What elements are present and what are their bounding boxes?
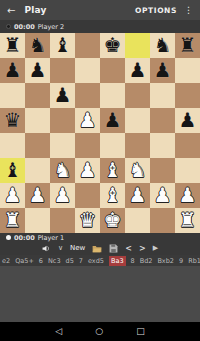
options-button[interactable]: OPTIONS	[135, 6, 177, 15]
square-b8[interactable]: ♞	[25, 33, 50, 58]
square-a4[interactable]	[0, 133, 25, 158]
move-token[interactable]: Bxb2	[157, 257, 174, 265]
black-pawn: ♟	[4, 58, 22, 83]
white-knight: ♞	[129, 158, 147, 183]
next-move-button[interactable]: >	[139, 245, 146, 253]
white-pawn: ♟	[79, 158, 97, 183]
top-app-bar: ← Play OPTIONS ⋮	[0, 0, 200, 20]
square-f4[interactable]	[125, 133, 150, 158]
move-list: e2Qa5+6Nc3d57exd5Ba38Bd2Bxb29Rb1Bxc3	[0, 255, 200, 266]
player-1-clock: 00:00	[14, 234, 35, 242]
move-token[interactable]: Rb1	[188, 257, 200, 265]
square-f2[interactable]: ♟	[125, 183, 150, 208]
square-f8[interactable]	[125, 33, 150, 58]
square-f5[interactable]	[125, 108, 150, 133]
square-a1[interactable]: ♜	[0, 208, 25, 233]
square-e2[interactable]: ♝	[100, 183, 125, 208]
square-a6[interactable]	[0, 83, 25, 108]
square-f1[interactable]	[125, 208, 150, 233]
square-f6[interactable]	[125, 83, 150, 108]
square-g8[interactable]: ♞	[150, 33, 175, 58]
square-a7[interactable]: ♟	[0, 58, 25, 83]
square-g6[interactable]	[150, 83, 175, 108]
white-rook: ♜	[4, 208, 22, 233]
move-token[interactable]: Qa5+	[15, 257, 34, 265]
black-queen: ♛	[4, 108, 22, 133]
square-e6[interactable]	[100, 83, 125, 108]
square-h4[interactable]	[175, 133, 200, 158]
square-e4[interactable]	[100, 133, 125, 158]
back-arrow-icon[interactable]: ←	[7, 5, 15, 16]
move-token[interactable]: e2	[2, 257, 10, 265]
square-h8[interactable]: ♜	[175, 33, 200, 58]
square-b1[interactable]	[25, 208, 50, 233]
move-token[interactable]: 9	[179, 257, 183, 265]
nav-back-icon[interactable]: ◁	[55, 327, 62, 336]
move-token[interactable]: 6	[39, 257, 43, 265]
save-icon[interactable]	[109, 244, 118, 253]
empty-area	[0, 266, 200, 322]
black-pawn: ♟	[29, 58, 47, 83]
square-a2[interactable]: ♟	[0, 183, 25, 208]
android-nav-bar: ◁ ○ □	[0, 322, 200, 341]
move-token[interactable]: Bd2	[140, 257, 153, 265]
new-game-button[interactable]: New	[70, 245, 85, 252]
white-pawn: ♟	[179, 183, 197, 208]
square-f3[interactable]: ♞	[125, 158, 150, 183]
chevron-down-icon[interactable]: ∨	[58, 245, 63, 252]
square-f7[interactable]: ♟	[125, 58, 150, 83]
black-bishop: ♝	[4, 158, 22, 183]
move-token[interactable]: d5	[66, 257, 74, 265]
nav-home-icon[interactable]: ○	[95, 327, 103, 336]
square-c6[interactable]: ♟	[50, 83, 75, 108]
square-a8[interactable]: ♜	[0, 33, 25, 58]
black-pawn: ♟	[154, 58, 172, 83]
square-d4[interactable]	[75, 133, 100, 158]
player-2-bar: 00:00 Player 2	[0, 20, 200, 33]
square-e3[interactable]: ♝	[100, 158, 125, 183]
open-folder-icon[interactable]	[92, 245, 102, 253]
square-g1[interactable]	[150, 208, 175, 233]
square-b2[interactable]: ♟	[25, 183, 50, 208]
black-rook: ♜	[179, 33, 197, 58]
black-pawn: ♟	[179, 108, 197, 133]
square-h3[interactable]	[175, 158, 200, 183]
square-h2[interactable]: ♟	[175, 183, 200, 208]
square-b3[interactable]	[25, 158, 50, 183]
app-window: ← Play OPTIONS ⋮ 00:00 Player 2 ♜♞♝♚♞♜♟♟…	[0, 0, 200, 341]
nav-recents-icon[interactable]: □	[136, 327, 145, 336]
square-d6[interactable]	[75, 83, 100, 108]
black-pawn: ♟	[54, 83, 72, 108]
square-d3[interactable]: ♟	[75, 158, 100, 183]
white-rook: ♜	[179, 208, 197, 233]
player-2-clock: 00:00	[14, 23, 35, 31]
move-token[interactable]: 8	[131, 257, 135, 265]
black-knight: ♞	[154, 33, 172, 58]
white-pawn: ♟	[129, 183, 147, 208]
sound-icon[interactable]	[42, 244, 51, 253]
square-h1[interactable]: ♜	[175, 208, 200, 233]
black-knight: ♞	[29, 33, 47, 58]
square-g7[interactable]: ♟	[150, 58, 175, 83]
square-g4[interactable]	[150, 133, 175, 158]
page-title: Play	[24, 5, 46, 15]
player-2-color-dot	[6, 24, 11, 29]
play-button[interactable]: ▶	[153, 245, 158, 252]
square-e8[interactable]: ♚	[100, 33, 125, 58]
game-toolbar: ∨ New < > ▶	[0, 242, 200, 255]
square-h5[interactable]: ♟	[175, 108, 200, 133]
white-pawn: ♟	[54, 183, 72, 208]
black-rook: ♜	[4, 33, 22, 58]
white-pawn: ♟	[4, 183, 22, 208]
black-bishop: ♝	[54, 33, 72, 58]
square-b4[interactable]	[25, 133, 50, 158]
square-e7[interactable]	[100, 58, 125, 83]
white-pawn: ♟	[154, 183, 172, 208]
prev-move-button[interactable]: <	[125, 245, 132, 253]
square-c4[interactable]	[50, 133, 75, 158]
square-c3[interactable]: ♞	[50, 158, 75, 183]
square-d2[interactable]	[75, 183, 100, 208]
square-e1[interactable]: ♚	[100, 208, 125, 233]
white-queen: ♛	[79, 208, 97, 233]
square-d5[interactable]: ♟	[75, 108, 100, 133]
move-token[interactable]: 7	[79, 257, 83, 265]
black-pawn: ♟	[104, 108, 122, 133]
square-h7[interactable]	[175, 58, 200, 83]
player-2-name: Player 2	[38, 23, 64, 31]
white-bishop: ♝	[104, 183, 122, 208]
square-b7[interactable]: ♟	[25, 58, 50, 83]
square-d8[interactable]	[75, 33, 100, 58]
square-h6[interactable]	[175, 83, 200, 108]
square-c8[interactable]: ♝	[50, 33, 75, 58]
current-move[interactable]: Ba3	[109, 256, 126, 266]
move-token[interactable]: Nc3	[48, 257, 61, 265]
black-king: ♚	[104, 33, 122, 58]
white-pawn: ♟	[29, 183, 47, 208]
square-c5[interactable]	[50, 108, 75, 133]
chess-board: ♜♞♝♚♞♜♟♟♟♟♟♛♟♟♟♝♞♟♝♞♟♟♟♝♟♟♟♜♛♚♜	[0, 33, 200, 233]
white-king: ♚	[104, 208, 122, 233]
square-e5[interactable]: ♟	[100, 108, 125, 133]
player-1-color-dot	[6, 235, 11, 240]
player-1-name: Player 1	[38, 234, 64, 242]
black-pawn: ♟	[129, 58, 147, 83]
square-a5[interactable]: ♛	[0, 108, 25, 133]
square-b5[interactable]	[25, 108, 50, 133]
square-c2[interactable]: ♟	[50, 183, 75, 208]
white-knight: ♞	[54, 158, 72, 183]
white-pawn: ♟	[79, 108, 97, 133]
white-bishop: ♝	[104, 158, 122, 183]
overflow-menu-icon[interactable]: ⋮	[184, 5, 193, 15]
square-b6[interactable]	[25, 83, 50, 108]
square-g2[interactable]: ♟	[150, 183, 175, 208]
square-c7[interactable]	[50, 58, 75, 83]
square-g3[interactable]	[150, 158, 175, 183]
move-token[interactable]: exd5	[88, 257, 104, 265]
player-1-bar: 00:00 Player 1	[0, 233, 200, 242]
square-g5[interactable]	[150, 108, 175, 133]
square-c1[interactable]	[50, 208, 75, 233]
square-d1[interactable]: ♛	[75, 208, 100, 233]
square-d7[interactable]	[75, 58, 100, 83]
square-a3[interactable]: ♝	[0, 158, 25, 183]
